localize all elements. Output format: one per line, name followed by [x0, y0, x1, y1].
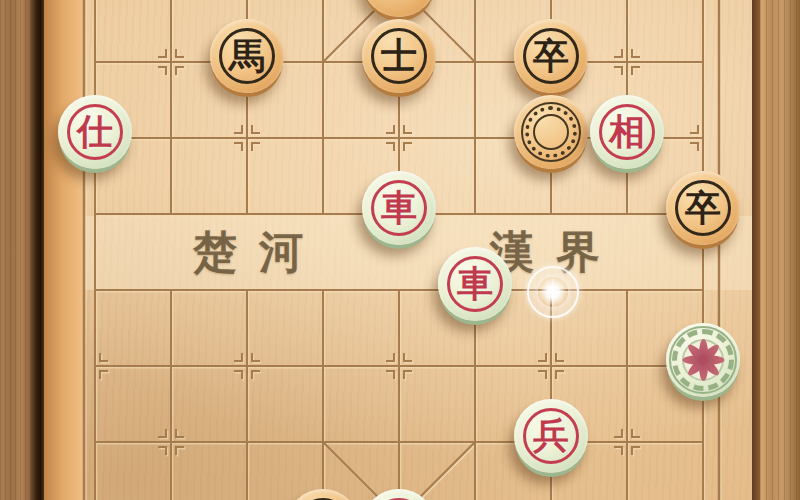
flower-pattern	[684, 339, 722, 381]
piece-character: 卒	[533, 37, 569, 73]
piece-red-soldier[interactable]: 兵	[514, 399, 588, 473]
piece-red-chariot-1[interactable]: 車	[362, 171, 436, 245]
facedown-back-inner-ring	[533, 114, 569, 150]
piece-red-chariot-2[interactable]: 車	[438, 247, 512, 321]
piece-character: 卒	[685, 189, 721, 225]
piece-character: 馬	[229, 37, 265, 73]
xiangqi-app-screen: 楚河 漢界 馬士卒仕相車卒車兵	[0, 0, 800, 500]
piece-character: 車	[457, 265, 493, 301]
piece-black-facedown[interactable]	[514, 95, 588, 169]
piece-black-advisor[interactable]: 士	[362, 19, 436, 93]
board-right-frame-wood	[760, 0, 800, 500]
piece-black-horse[interactable]: 馬	[210, 19, 284, 93]
piece-character: 士	[381, 37, 417, 73]
move-highlight-marker[interactable]	[527, 266, 579, 318]
river-label-chu-he: 楚河	[193, 230, 325, 274]
facedown-back-inner-disc	[682, 339, 724, 381]
piece-character: 兵	[533, 417, 569, 453]
piece-black-soldier-1[interactable]: 卒	[514, 19, 588, 93]
marker-glow-core	[538, 277, 568, 307]
piece-red-elephant[interactable]: 相	[590, 95, 664, 169]
piece-character: 相	[609, 113, 645, 149]
piece-black-soldier-2[interactable]: 卒	[666, 171, 740, 245]
piece-red-facedown[interactable]	[666, 323, 740, 397]
piece-character: 車	[381, 189, 417, 225]
piece-character: 仕	[77, 113, 113, 149]
flower-center	[698, 355, 708, 365]
piece-red-advisor[interactable]: 仕	[58, 95, 132, 169]
board-right-edge-shadow	[752, 0, 760, 500]
